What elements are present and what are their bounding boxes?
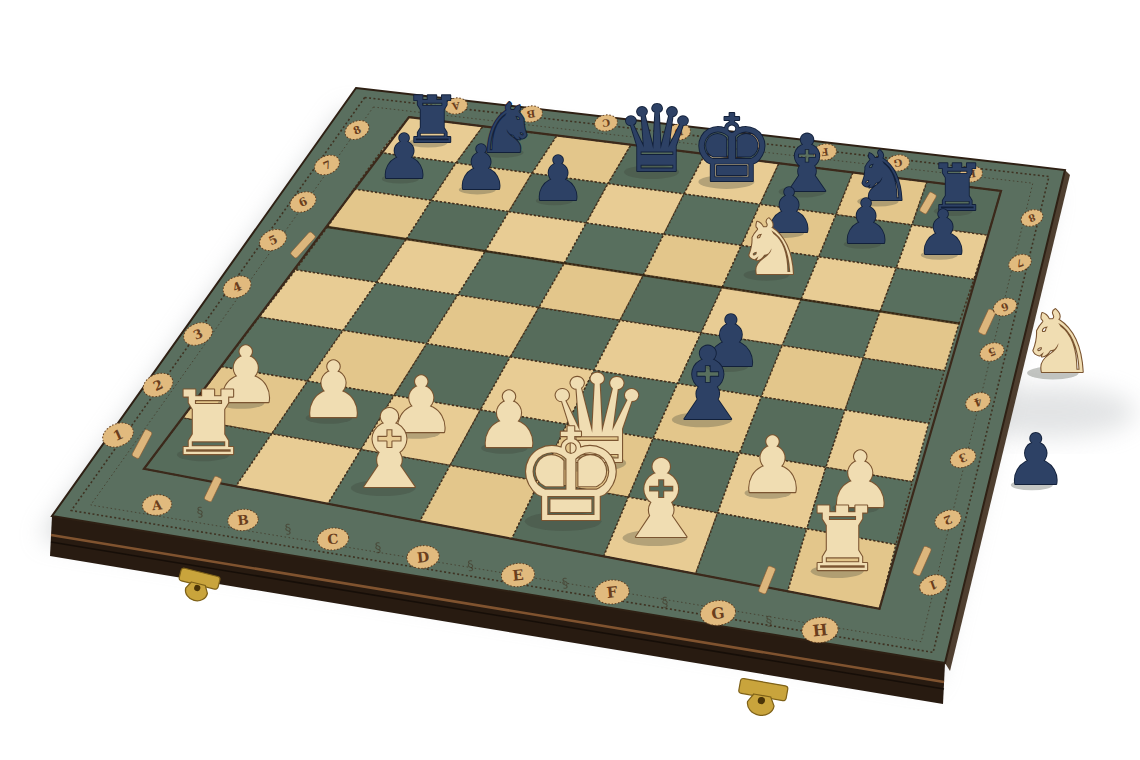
piece-black-pawn-h7: ♟ xyxy=(915,197,970,269)
piece-white-bishop-c1: ♝ xyxy=(341,387,438,512)
piece-white-rook-a1: ♜ xyxy=(169,372,248,475)
piece-white-bishop-f1: ♝ xyxy=(613,437,710,562)
svg-text:C: C xyxy=(327,530,340,547)
piece-black-pawn-g7: ♟ xyxy=(838,186,893,258)
piece-white-rook-h1: ♜ xyxy=(803,488,882,591)
svg-text:C: C xyxy=(601,117,610,129)
svg-text:D: D xyxy=(416,548,430,565)
chess-set-photo: AABBCCDDEEFFGGHH1122334455667788§§§§§§§♜… xyxy=(0,0,1140,760)
piece-black-pawn-a7: ♟ xyxy=(376,121,431,193)
board-scene: AABBCCDDEEFFGGHH1122334455667788§§§§§§§♜… xyxy=(0,0,1140,760)
piece-white-knight-captured: ♞ xyxy=(1019,292,1096,392)
piece-black-pawn-c7: ♟ xyxy=(530,143,585,215)
svg-text:H: H xyxy=(812,620,829,640)
chessboard-svg: AABBCCDDEEFFGGHH1122334455667788§§§§§§§♜… xyxy=(0,0,1140,760)
piece-white-knight-f6: ♞ xyxy=(737,203,805,292)
piece-black-pawn-captured: ♟ xyxy=(1005,419,1068,501)
piece-white-king-e1: ♚ xyxy=(513,401,628,550)
piece-black-pawn-b7: ♟ xyxy=(453,132,508,204)
piece-black-queen-d8: ♛ xyxy=(616,86,698,193)
svg-text:E: E xyxy=(512,566,525,584)
svg-text:B: B xyxy=(237,512,250,528)
piece-white-pawn-g2: ♟ xyxy=(738,420,808,510)
svg-text:G: G xyxy=(711,604,726,623)
